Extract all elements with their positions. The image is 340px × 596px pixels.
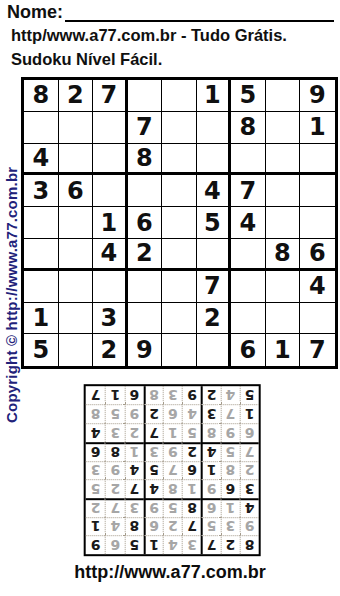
sudoku-cell[interactable] <box>266 271 301 303</box>
sudoku-cell[interactable] <box>231 303 266 335</box>
footer-url: http://www.a77.com.br <box>0 562 340 583</box>
sudoku-cell[interactable]: 8 <box>24 80 59 112</box>
sudoku-cell[interactable] <box>266 207 301 239</box>
solution-cell: 7 <box>163 461 182 480</box>
solution-cell: 9 <box>182 386 201 405</box>
sudoku-cell[interactable] <box>162 144 197 176</box>
solution-cell: 6 <box>144 517 163 536</box>
sudoku-cell[interactable] <box>128 271 163 303</box>
sudoku-cell[interactable]: 7 <box>231 175 266 207</box>
solution-cell: 8 <box>144 386 163 405</box>
sudoku-cell[interactable] <box>24 239 59 271</box>
sudoku-cell[interactable] <box>197 239 232 271</box>
sudoku-cell[interactable] <box>162 334 197 366</box>
solution-cell: 7 <box>105 498 124 517</box>
sudoku-worksheet: Nome: http/www.a77.com.br - Tudo Grátis.… <box>0 0 340 596</box>
sudoku-cell[interactable] <box>162 175 197 207</box>
sudoku-cell[interactable]: 8 <box>231 112 266 144</box>
sudoku-cell[interactable] <box>197 334 232 366</box>
solution-cell: 1 <box>201 461 220 480</box>
sudoku-cell[interactable] <box>93 271 128 303</box>
solution-cell: 8 <box>182 498 201 517</box>
solution-cell: 8 <box>163 479 182 498</box>
solution-cell: 1 <box>124 442 143 461</box>
sudoku-cell[interactable] <box>231 144 266 176</box>
solution-cell: 5 <box>240 386 259 405</box>
sudoku-cell[interactable]: 6 <box>59 175 94 207</box>
sudoku-cell[interactable]: 2 <box>197 303 232 335</box>
sudoku-cell[interactable] <box>266 175 301 207</box>
solution-cell: 1 <box>163 423 182 442</box>
solution-cell: 8 <box>201 423 220 442</box>
solution-cell: 1 <box>182 479 201 498</box>
sudoku-cell[interactable] <box>162 239 197 271</box>
solution-cell: 4 <box>240 498 259 517</box>
sudoku-cell[interactable]: 2 <box>93 334 128 366</box>
solution-cell: 2 <box>220 536 239 555</box>
solution-cell: 3 <box>124 498 143 517</box>
solution-cell: 7 <box>220 405 239 424</box>
solution-cell: 5 <box>86 479 105 498</box>
solution-cell: 5 <box>220 442 239 461</box>
sudoku-cell[interactable]: 7 <box>93 80 128 112</box>
sudoku-cell[interactable]: 6 <box>300 239 335 271</box>
sudoku-cell[interactable] <box>128 80 163 112</box>
sudoku-cell[interactable]: 8 <box>128 144 163 176</box>
solution-cell: 2 <box>163 517 182 536</box>
sudoku-cell[interactable]: 4 <box>93 239 128 271</box>
solution-cell: 9 <box>144 498 163 517</box>
sudoku-grid: 8271597814836471654428674132529617 <box>21 77 338 369</box>
sudoku-cell[interactable]: 6 <box>231 334 266 366</box>
sudoku-cell[interactable] <box>93 175 128 207</box>
sudoku-cell[interactable] <box>266 112 301 144</box>
solution-cell: 3 <box>182 536 201 555</box>
solution-cell: 7 <box>240 442 259 461</box>
solution-cell: 3 <box>144 442 163 461</box>
sudoku-cell[interactable]: 7 <box>197 271 232 303</box>
solution-cell: 3 <box>240 479 259 498</box>
solution-cell: 6 <box>182 461 201 480</box>
sudoku-cell[interactable] <box>59 239 94 271</box>
solution-cell: 9 <box>105 461 124 480</box>
sudoku-cell[interactable] <box>266 303 301 335</box>
solution-cell: 6 <box>201 498 220 517</box>
solution-cell: 5 <box>201 517 220 536</box>
solution-cell: 4 <box>220 386 239 405</box>
sudoku-cell[interactable]: 9 <box>300 80 335 112</box>
solution-cell: 4 <box>201 442 220 461</box>
sudoku-cell[interactable] <box>300 175 335 207</box>
name-field-line[interactable] <box>65 3 334 22</box>
sudoku-cell[interactable] <box>266 80 301 112</box>
sudoku-cell[interactable]: 4 <box>24 144 59 176</box>
sudoku-cell[interactable]: 7 <box>300 334 335 366</box>
sudoku-cell[interactable]: 2 <box>128 239 163 271</box>
solution-cell: 6 <box>105 536 124 555</box>
solution-cell: 1 <box>240 405 259 424</box>
solution-cell: 4 <box>124 461 143 480</box>
solution-cell: 8 <box>105 442 124 461</box>
solution-cell: 5 <box>163 498 182 517</box>
solution-cell: 2 <box>86 498 105 517</box>
sudoku-cell[interactable] <box>197 112 232 144</box>
sudoku-cell[interactable] <box>59 334 94 366</box>
solution-cell: 6 <box>86 442 105 461</box>
solution-cell: 7 <box>144 423 163 442</box>
solution-cell: 3 <box>220 517 239 536</box>
sudoku-cell[interactable] <box>162 80 197 112</box>
sudoku-cell[interactable]: 4 <box>300 271 335 303</box>
solution-cell: 2 <box>182 442 201 461</box>
sudoku-cell[interactable]: 6 <box>128 207 163 239</box>
sudoku-cell[interactable] <box>93 144 128 176</box>
sudoku-cell[interactable] <box>128 175 163 207</box>
solution-cell: 5 <box>144 461 163 480</box>
sudoku-cell[interactable] <box>24 271 59 303</box>
sudoku-cell[interactable]: 1 <box>197 80 232 112</box>
sudoku-cell[interactable]: 3 <box>24 175 59 207</box>
sudoku-cell[interactable]: 9 <box>128 334 163 366</box>
sudoku-cell[interactable] <box>93 112 128 144</box>
sudoku-cell[interactable] <box>162 112 197 144</box>
solution-cell: 6 <box>220 479 239 498</box>
solution-cell: 7 <box>124 479 143 498</box>
solution-cell: 7 <box>201 536 220 555</box>
sudoku-cell[interactable] <box>59 112 94 144</box>
sudoku-cell[interactable] <box>162 207 197 239</box>
solution-cell: 9 <box>163 442 182 461</box>
solution-cell: 9 <box>220 423 239 442</box>
sudoku-cell[interactable] <box>162 271 197 303</box>
sudoku-cell[interactable] <box>300 144 335 176</box>
sudoku-cell[interactable]: 1 <box>24 303 59 335</box>
solution-cell: 6 <box>124 386 143 405</box>
solution-cell: 8 <box>220 461 239 480</box>
solution-cell: 4 <box>182 405 201 424</box>
sudoku-cell[interactable]: 4 <box>197 175 232 207</box>
solution-cell: 3 <box>86 461 105 480</box>
solution-grid-rotated: 8273415699357268414168593723691847252816… <box>84 384 261 556</box>
solution-cell: 8 <box>86 405 105 424</box>
sudoku-cell[interactable] <box>59 144 94 176</box>
solution-cell: 4 <box>163 536 182 555</box>
solution-cell: 7 <box>182 517 201 536</box>
sudoku-cell[interactable] <box>59 207 94 239</box>
copyright-vertical-text: Copyright © http://www.a77.com.br <box>3 167 20 423</box>
solution-cell: 1 <box>86 517 105 536</box>
solution-cell: 2 <box>201 386 220 405</box>
sudoku-cell[interactable] <box>24 112 59 144</box>
sudoku-cell[interactable] <box>197 144 232 176</box>
sudoku-cell[interactable] <box>300 303 335 335</box>
sudoku-cell[interactable] <box>24 207 59 239</box>
solution-cell: 2 <box>105 479 124 498</box>
solution-cell: 8 <box>124 517 143 536</box>
solution-cell: 3 <box>105 423 124 442</box>
solution-cell: 4 <box>86 423 105 442</box>
sudoku-cell[interactable]: 5 <box>197 207 232 239</box>
solution-cell: 9 <box>124 405 143 424</box>
name-label: Nome: <box>7 2 63 22</box>
solution-cell: 5 <box>124 536 143 555</box>
sudoku-cell[interactable]: 1 <box>300 112 335 144</box>
sudoku-cell[interactable]: 1 <box>266 334 301 366</box>
site-title: http/www.a77.com.br - Tudo Grátis. <box>11 26 287 45</box>
solution-cell: 3 <box>201 405 220 424</box>
solution-cell: 1 <box>220 498 239 517</box>
sudoku-cell[interactable] <box>300 207 335 239</box>
sudoku-cell[interactable]: 1 <box>93 207 128 239</box>
sudoku-cell[interactable]: 7 <box>128 112 163 144</box>
sudoku-cell[interactable] <box>162 303 197 335</box>
solution-cell: 2 <box>124 423 143 442</box>
solution-cell: 6 <box>240 423 259 442</box>
solution-cell: 9 <box>86 536 105 555</box>
sudoku-cell[interactable]: 2 <box>59 80 94 112</box>
solution-cell: 1 <box>144 536 163 555</box>
sudoku-cell[interactable] <box>128 303 163 335</box>
solution-cell: 2 <box>144 405 163 424</box>
sudoku-cell[interactable]: 5 <box>24 334 59 366</box>
solution-cell: 3 <box>163 386 182 405</box>
solution-cell: 9 <box>201 479 220 498</box>
solution-cell: 5 <box>105 405 124 424</box>
solution-cell: 4 <box>144 479 163 498</box>
sudoku-cell[interactable] <box>231 239 266 271</box>
sudoku-cell[interactable]: 4 <box>231 207 266 239</box>
solution-cell: 9 <box>240 517 259 536</box>
solution-cell: 7 <box>86 386 105 405</box>
name-row: Nome: <box>7 2 334 22</box>
solution-cell: 5 <box>182 423 201 442</box>
solution-cell: 8 <box>240 536 259 555</box>
sudoku-cell[interactable] <box>59 303 94 335</box>
sudoku-cell[interactable] <box>59 271 94 303</box>
solution-cell: 6 <box>163 405 182 424</box>
sudoku-cell[interactable] <box>231 271 266 303</box>
sudoku-cell[interactable]: 8 <box>266 239 301 271</box>
sudoku-cell[interactable] <box>266 144 301 176</box>
sudoku-cell[interactable]: 5 <box>231 80 266 112</box>
solution-cell: 1 <box>105 386 124 405</box>
solution-cell: 4 <box>105 517 124 536</box>
difficulty-title: Sudoku Nível Fácil. <box>11 50 162 69</box>
solution-cell: 2 <box>240 461 259 480</box>
sudoku-cell[interactable]: 3 <box>93 303 128 335</box>
